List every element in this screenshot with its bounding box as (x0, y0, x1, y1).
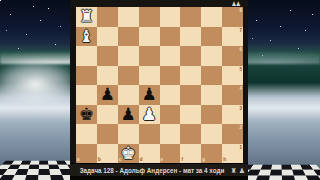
black-king[interactable]: ♚ (76, 105, 97, 125)
square-d5[interactable] (139, 66, 160, 86)
rank-label-8: 8 (239, 8, 242, 13)
square-c3[interactable]: ♟ (118, 105, 139, 125)
square-h5[interactable]: 5 (222, 66, 243, 86)
file-label-a: a (77, 157, 80, 162)
square-d4[interactable]: ♟ (139, 85, 160, 105)
white-pawn[interactable]: ♟ (139, 105, 160, 125)
square-a5[interactable] (76, 66, 97, 86)
black-pawn[interactable]: ♟ (97, 85, 118, 105)
square-e8[interactable] (160, 7, 181, 27)
square-b3[interactable] (97, 105, 118, 125)
square-e4[interactable] (160, 85, 181, 105)
square-b7[interactable] (97, 27, 118, 47)
square-h8[interactable]: 8 (222, 7, 243, 27)
file-label-c: c (119, 157, 122, 162)
rank-label-7: 7 (239, 28, 242, 33)
file-label-e: e (161, 157, 164, 162)
file-label-d: d (140, 157, 143, 162)
square-d8[interactable] (139, 7, 160, 27)
square-c7[interactable] (118, 27, 139, 47)
white-bishop[interactable]: ♝ (76, 27, 97, 47)
square-c4[interactable] (118, 85, 139, 105)
rank-label-3: 3 (239, 106, 242, 111)
square-a3[interactable]: ♚ (76, 105, 97, 125)
square-f3[interactable] (180, 105, 201, 125)
square-d3[interactable]: ♟ (139, 105, 160, 125)
square-b6[interactable] (97, 46, 118, 66)
square-h3[interactable]: 3 (222, 105, 243, 125)
square-f1[interactable]: f (180, 144, 201, 164)
rank-label-4: 4 (239, 86, 242, 91)
square-g4[interactable] (201, 85, 222, 105)
square-c1[interactable]: c♚ (118, 144, 139, 164)
square-h2[interactable]: 2 (222, 124, 243, 144)
square-g8[interactable] (201, 7, 222, 27)
chess-board: ♜8♝765♟♟4♚♟♟32abc♚defgh1 (76, 7, 243, 163)
square-c8[interactable] (118, 7, 139, 27)
file-label-f: f (181, 157, 183, 162)
app-top-bar: ♟♟ (70, 0, 248, 7)
bottom-strip (70, 176, 248, 180)
square-a7[interactable]: ♝ (76, 27, 97, 47)
square-g5[interactable] (201, 66, 222, 86)
caption-bar: Задача 128 - Адольф Андерсен - мат за 4 … (70, 163, 248, 176)
square-f2[interactable] (180, 124, 201, 144)
rank-label-1: 1 (239, 145, 242, 150)
file-label-g: g (202, 157, 205, 162)
square-f4[interactable] (180, 85, 201, 105)
black-pawn[interactable]: ♟ (139, 85, 160, 105)
square-d7[interactable] (139, 27, 160, 47)
square-e5[interactable] (160, 66, 181, 86)
square-g2[interactable] (201, 124, 222, 144)
puzzle-title: Задача 128 - Адольф Андерсен - мат за 4 … (80, 167, 239, 174)
square-b2[interactable] (97, 124, 118, 144)
pawn-icon[interactable]: ♟ (239, 167, 245, 175)
square-f8[interactable] (180, 7, 201, 27)
square-b1[interactable]: b (97, 144, 118, 164)
square-e6[interactable] (160, 46, 181, 66)
square-f6[interactable] (180, 46, 201, 66)
square-e3[interactable] (160, 105, 181, 125)
chess-app-window: ♟♟ ♜8♝765♟♟4♚♟♟32abc♚defgh1 Задача 128 -… (70, 0, 248, 180)
square-c5[interactable] (118, 66, 139, 86)
file-label-b: b (98, 157, 101, 162)
square-b8[interactable] (97, 7, 118, 27)
file-label-h: h (223, 157, 226, 162)
square-d1[interactable]: d (139, 144, 160, 164)
square-a8[interactable]: ♜ (76, 7, 97, 27)
rank-label-5: 5 (239, 67, 242, 72)
square-h1[interactable]: h1 (222, 144, 243, 164)
square-d6[interactable] (139, 46, 160, 66)
square-h4[interactable]: 4 (222, 85, 243, 105)
rank-label-6: 6 (239, 47, 242, 52)
pieces-icon[interactable]: ♟♟ (231, 0, 240, 7)
square-e7[interactable] (160, 27, 181, 47)
square-g6[interactable] (201, 46, 222, 66)
square-b4[interactable]: ♟ (97, 85, 118, 105)
starry-sky (0, 0, 1, 1)
square-a4[interactable] (76, 85, 97, 105)
square-d2[interactable] (139, 124, 160, 144)
square-h6[interactable]: 6 (222, 46, 243, 66)
square-g1[interactable]: g (201, 144, 222, 164)
white-rook[interactable]: ♜ (76, 7, 97, 27)
square-f7[interactable] (180, 27, 201, 47)
square-a6[interactable] (76, 46, 97, 66)
square-h7[interactable]: 7 (222, 27, 243, 47)
square-c6[interactable] (118, 46, 139, 66)
black-pawn[interactable]: ♟ (118, 105, 139, 125)
square-c2[interactable] (118, 124, 139, 144)
square-b5[interactable] (97, 66, 118, 86)
square-f5[interactable] (180, 66, 201, 86)
square-e2[interactable] (160, 124, 181, 144)
square-g3[interactable] (201, 105, 222, 125)
square-e1[interactable]: e (160, 144, 181, 164)
square-a1[interactable]: a (76, 144, 97, 164)
square-a2[interactable] (76, 124, 97, 144)
square-g7[interactable] (201, 27, 222, 47)
rank-label-2: 2 (239, 125, 242, 130)
rook-icon[interactable]: ♜ (230, 167, 236, 175)
